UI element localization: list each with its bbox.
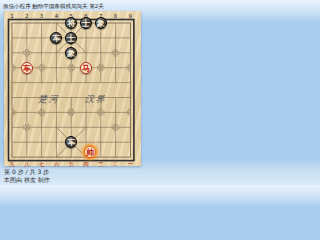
piece-black-士[interactable]: 士 [65, 32, 77, 44]
piece-red-车[interactable]: 车 [21, 62, 33, 74]
file-label-bottom-3: 七 [34, 161, 49, 167]
xiangqi-board[interactable]: 123456789 楚河 汉界 将士象车士象车马车帅 九八七六五四三二一 [4, 11, 141, 166]
file-label-bottom-4: 六 [49, 161, 64, 167]
page-title: 微信小程序 触动中国象棋残局闯关 第2关 [3, 2, 132, 8]
file-label-bottom-7: 三 [93, 161, 108, 167]
piece-black-象[interactable]: 象 [65, 47, 77, 59]
file-label-bottom-8: 二 [108, 161, 123, 167]
file-label-bottom-9: 一 [123, 161, 138, 167]
piece-black-象[interactable]: 象 [95, 17, 107, 29]
file-labels-bottom: 九八七六五四三二一 [5, 161, 138, 167]
piece-black-士[interactable]: 士 [80, 17, 92, 29]
move-counter: 第 0 步 / 共 3 步 [4, 168, 49, 175]
piece-red-马[interactable]: 马 [80, 62, 92, 74]
credit-line: 本图由 棋友 制作 [4, 176, 50, 183]
file-label-bottom-1: 九 [5, 161, 20, 167]
file-label-bottom-2: 八 [19, 161, 34, 167]
file-label-bottom-5: 五 [64, 161, 79, 167]
piece-red-帅[interactable]: 帅 [84, 146, 96, 158]
file-label-bottom-6: 四 [79, 161, 94, 167]
